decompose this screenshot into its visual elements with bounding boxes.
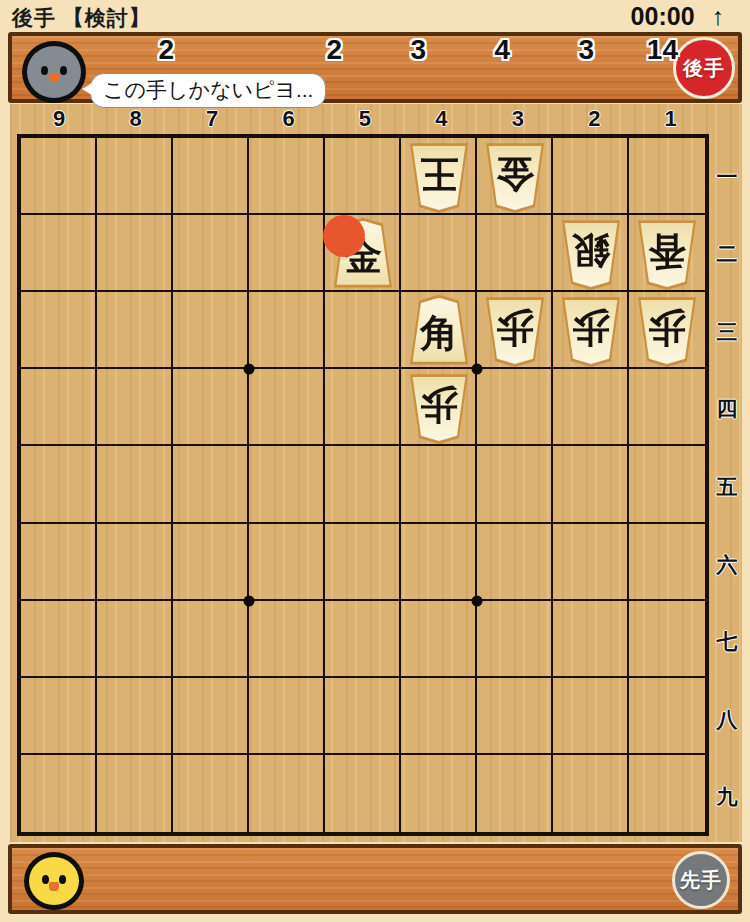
avatar-eye: [42, 875, 49, 884]
rank-label: 八: [712, 681, 742, 759]
piece-shape: 歩: [558, 295, 624, 367]
board-square-2二: 銀: [553, 215, 629, 292]
clock-direction-arrow-icon: ↑: [712, 2, 725, 30]
turn-label: 後手: [12, 6, 56, 29]
rank-label: 二: [712, 216, 742, 294]
piece-kanji: 銀: [572, 232, 610, 270]
file-label: 8: [97, 106, 173, 132]
piece-kanji: 金: [496, 155, 534, 193]
gote-hand-bar: 飛2角金2銀3桂4香3歩14 後手 この手しかないピヨ...: [8, 32, 742, 103]
piece-shape: 銀: [558, 218, 624, 290]
file-label: 4: [403, 106, 479, 132]
file-label: 3: [480, 106, 556, 132]
hand-piece-count: 3: [578, 34, 594, 66]
board-square-1二: 香: [629, 215, 705, 292]
hand-piece-count: 4: [494, 34, 510, 66]
piece-kanji: 角: [420, 314, 458, 352]
piece-shape: 歩: [482, 295, 548, 367]
piece-kanji: 王: [420, 155, 458, 193]
piece-face: 香: [637, 221, 697, 287]
hand-piece-香[interactable]: 香3: [516, 42, 568, 100]
shogi-piece-王[interactable]: 王: [406, 141, 472, 213]
hand-piece-count: 2: [326, 34, 342, 66]
shogi-piece-銀[interactable]: 銀: [558, 218, 624, 290]
star-point: [472, 595, 483, 606]
sente-chick-avatar: [24, 852, 84, 910]
piece-shape: 歩: [406, 372, 472, 444]
piece-face: 王: [409, 144, 469, 210]
file-label: 6: [250, 106, 326, 132]
rank-label: 六: [712, 526, 742, 604]
sente-hand-bar: 先手: [8, 844, 742, 914]
board-panel: 987654321 一二三四五六七八九 王金金銀香角歩歩歩歩: [10, 104, 742, 842]
rank-label: 四: [712, 371, 742, 449]
rank-label: 三: [712, 293, 742, 371]
header: 後手 【検討】 00:00 ↑: [0, 0, 750, 32]
rank-label: 七: [712, 603, 742, 681]
avatar-eye: [41, 66, 48, 75]
file-label: 2: [556, 106, 632, 132]
board-square-1三: 歩: [629, 292, 705, 369]
shogi-piece-歩[interactable]: 歩: [406, 372, 472, 444]
file-label: 1: [633, 106, 709, 132]
piece-shape: 金: [482, 141, 548, 213]
file-label: 7: [174, 106, 250, 132]
gote-badge: 後手: [673, 37, 735, 99]
piece-shape: 角: [406, 295, 472, 367]
board-square-2三: 歩: [553, 292, 629, 369]
file-label: 5: [327, 106, 403, 132]
shogi-piece-角[interactable]: 角: [406, 295, 472, 367]
hand-piece-count: 14: [647, 34, 678, 66]
piece-face: 歩: [637, 298, 697, 364]
star-point: [244, 595, 255, 606]
piece-face: 銀: [561, 221, 621, 287]
shogi-piece-金[interactable]: 金: [482, 141, 548, 213]
shogi-piece-歩[interactable]: 歩: [634, 295, 700, 367]
piece-kanji: 歩: [496, 309, 534, 347]
piece-face: 歩: [409, 375, 469, 441]
last-move-marker: [323, 215, 365, 257]
clock-area: 00:00 ↑: [631, 2, 724, 31]
piece-face: 歩: [485, 298, 545, 364]
piece-face: 金: [485, 144, 545, 210]
avatar-eye: [60, 66, 67, 75]
piece-shape: 歩: [634, 295, 700, 367]
piece-kanji: 香: [648, 232, 686, 270]
board-square-3一: 金: [477, 138, 553, 215]
shogi-piece-歩[interactable]: 歩: [482, 295, 548, 367]
shogi-piece-香[interactable]: 香: [634, 218, 700, 290]
rank-label: 九: [712, 759, 742, 837]
avatar-eye: [59, 875, 66, 884]
piece-face: 角: [409, 298, 469, 364]
file-coordinate-labels: 987654321: [21, 106, 709, 132]
rank-coordinate-labels: 一二三四五六七八九: [712, 138, 742, 836]
hand-piece-桂[interactable]: 桂4: [432, 42, 484, 100]
piece-kanji: 歩: [648, 309, 686, 347]
piece-kanji: 歩: [572, 309, 610, 347]
hand-piece-count: 2: [158, 34, 174, 66]
piece-shape: 香: [634, 218, 700, 290]
gote-bird-avatar: [22, 41, 86, 103]
avatar-beak: [49, 882, 59, 891]
rank-label: 五: [712, 448, 742, 526]
mode-label: 【検討】: [63, 6, 151, 29]
avatar-beak: [49, 73, 59, 82]
clock-time: 00:00: [631, 2, 695, 30]
star-point: [244, 364, 255, 375]
gote-speech-bubble: この手しかないピヨ...: [90, 73, 326, 108]
file-label: 9: [21, 106, 97, 132]
turn-and-mode-label: 後手 【検討】: [12, 4, 151, 32]
hand-piece-銀[interactable]: 銀3: [348, 42, 400, 100]
piece-shape: 王: [406, 141, 472, 213]
board-square-4三: 角: [401, 292, 477, 369]
board-square-4四: 歩: [401, 369, 477, 446]
hand-piece-歩[interactable]: 歩14: [600, 42, 652, 100]
board-pieces-layer: 王金金銀香角歩歩歩歩: [21, 138, 705, 832]
shogi-board[interactable]: 王金金銀香角歩歩歩歩: [17, 134, 709, 836]
sente-badge: 先手: [672, 851, 730, 909]
board-square-3三: 歩: [477, 292, 553, 369]
hand-piece-count: 3: [410, 34, 426, 66]
piece-kanji: 歩: [420, 386, 458, 424]
piece-face: 歩: [561, 298, 621, 364]
board-square-4一: 王: [401, 138, 477, 215]
rank-label: 一: [712, 138, 742, 216]
shogi-piece-歩[interactable]: 歩: [558, 295, 624, 367]
